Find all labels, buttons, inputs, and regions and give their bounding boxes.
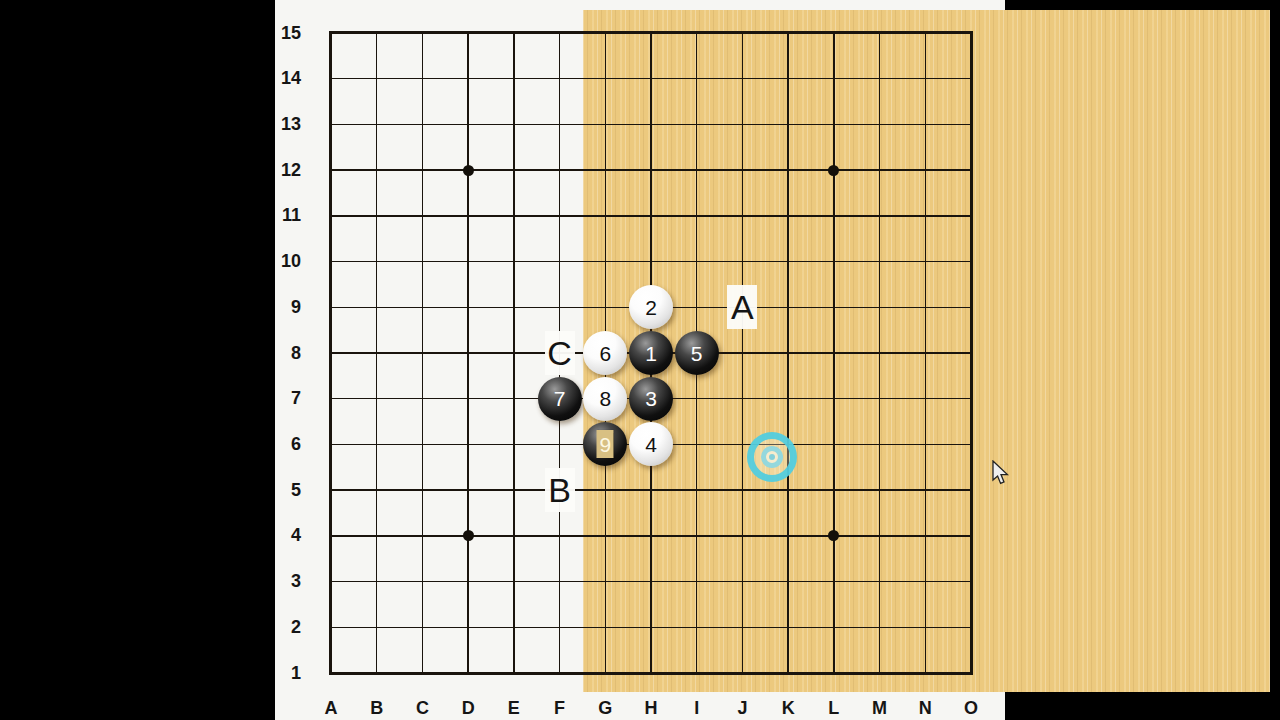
video-frame: 151413121110987654321ABCDEFGHIJKLMNO2615… [0,0,1280,720]
board-panel [275,0,1005,720]
goban[interactable] [583,10,1270,692]
